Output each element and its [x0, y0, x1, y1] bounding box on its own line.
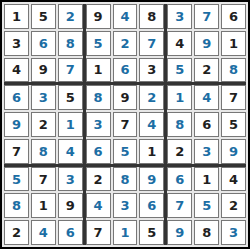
sudoku-box-7: 573819246 — [4, 167, 83, 245]
sudoku-box-5: 892374651 — [86, 85, 165, 163]
solved-digit: 1 — [120, 226, 129, 239]
given-digit: 6 — [229, 10, 238, 23]
given-digit: 2 — [202, 63, 211, 76]
sudoku-box-1: 152368497 — [4, 4, 83, 82]
cell-r2c3[interactable]: 8 — [58, 31, 83, 56]
cell-r5c1[interactable]: 9 — [4, 112, 29, 137]
cell-r1c1[interactable]: 1 — [4, 4, 29, 29]
cell-r9c1[interactable]: 2 — [4, 220, 29, 245]
solved-digit: 5 — [202, 199, 211, 212]
cell-r6c7[interactable]: 2 — [167, 139, 192, 164]
solved-digit: 8 — [12, 199, 21, 212]
solved-digit: 4 — [39, 226, 48, 239]
cell-r7c4[interactable]: 2 — [86, 167, 111, 192]
cell-r4c6[interactable]: 2 — [139, 85, 164, 110]
cell-r5c5[interactable]: 7 — [113, 112, 138, 137]
solved-digit: 7 — [147, 37, 156, 50]
cell-r3c1[interactable]: 4 — [4, 58, 29, 83]
sudoku-box-4: 635921784 — [4, 85, 83, 163]
given-digit: 2 — [12, 226, 21, 239]
cell-r7c8[interactable]: 1 — [194, 167, 219, 192]
solved-digit: 9 — [12, 118, 21, 131]
given-digit: 5 — [39, 10, 48, 23]
solved-digit: 5 — [120, 145, 129, 158]
given-digit: 9 — [120, 91, 129, 104]
cell-r1c7[interactable]: 3 — [167, 4, 192, 29]
cell-r8c2[interactable]: 1 — [31, 193, 56, 218]
sudoku-box-grid: 1523684979485271633764915286359217848923… — [4, 4, 246, 245]
cell-r5c2[interactable]: 2 — [31, 112, 56, 137]
sudoku-box-9: 614752983 — [167, 167, 246, 245]
given-digit: 7 — [120, 118, 129, 131]
cell-r1c6[interactable]: 8 — [139, 4, 164, 29]
given-digit: 7 — [12, 145, 21, 158]
cell-r8c1[interactable]: 8 — [4, 193, 29, 218]
cell-r3c8[interactable]: 2 — [194, 58, 219, 83]
cell-r4c1[interactable]: 6 — [4, 85, 29, 110]
given-digit: 9 — [94, 10, 103, 23]
cell-r2c5[interactable]: 2 — [113, 31, 138, 56]
given-digit: 1 — [94, 63, 103, 76]
solved-digit: 9 — [202, 37, 211, 50]
cell-r3c9[interactable]: 8 — [221, 58, 246, 83]
solved-digit: 2 — [120, 37, 129, 50]
solved-digit: 5 — [94, 37, 103, 50]
solved-digit: 3 — [94, 118, 103, 131]
solved-digit: 8 — [175, 118, 184, 131]
solved-digit: 7 — [66, 63, 75, 76]
cell-r4c8[interactable]: 4 — [194, 85, 219, 110]
solved-digit: 8 — [229, 63, 238, 76]
cell-r8c3[interactable]: 9 — [58, 193, 83, 218]
solved-digit: 4 — [66, 145, 75, 158]
cell-r2c2[interactable]: 6 — [31, 31, 56, 56]
given-digit: 2 — [229, 199, 238, 212]
cell-r3c6[interactable]: 3 — [139, 58, 164, 83]
cell-r6c5[interactable]: 5 — [113, 139, 138, 164]
cell-r7c5[interactable]: 8 — [113, 167, 138, 192]
cell-r8c6[interactable]: 6 — [139, 193, 164, 218]
solved-digit: 3 — [175, 10, 184, 23]
solved-digit: 9 — [229, 145, 238, 158]
given-digit: 2 — [175, 145, 184, 158]
cell-r4c5[interactable]: 9 — [113, 85, 138, 110]
solved-digit: 5 — [175, 63, 184, 76]
cell-r9c8[interactable]: 8 — [194, 220, 219, 245]
cell-r2c4[interactable]: 5 — [86, 31, 111, 56]
solved-digit: 4 — [120, 10, 129, 23]
cell-r2c7[interactable]: 4 — [167, 31, 192, 56]
solved-digit: 2 — [66, 10, 75, 23]
given-digit: 5 — [229, 118, 238, 131]
given-digit: 4 — [229, 173, 238, 186]
given-digit: 2 — [94, 173, 103, 186]
solved-digit: 3 — [66, 173, 75, 186]
solved-digit: 8 — [120, 173, 129, 186]
cell-r8c9[interactable]: 2 — [221, 193, 246, 218]
given-digit: 8 — [202, 226, 211, 239]
cell-r1c5[interactable]: 4 — [113, 4, 138, 29]
given-digit: 6 — [202, 118, 211, 131]
cell-r3c7[interactable]: 5 — [167, 58, 192, 83]
solved-digit: 3 — [229, 226, 238, 239]
cell-r9c2[interactable]: 4 — [31, 220, 56, 245]
cell-r3c3[interactable]: 7 — [58, 58, 83, 83]
given-digit: 1 — [229, 37, 238, 50]
cell-r4c9[interactable]: 7 — [221, 85, 246, 110]
solved-digit: 7 — [175, 199, 184, 212]
cell-r9c4[interactable]: 7 — [86, 220, 111, 245]
cell-r3c2[interactable]: 9 — [31, 58, 56, 83]
sudoku-box-3: 376491528 — [167, 4, 246, 82]
cell-r1c2[interactable]: 5 — [31, 4, 56, 29]
sudoku-board: 1523684979485271633764915286359217848923… — [0, 0, 250, 249]
cell-r1c3[interactable]: 2 — [58, 4, 83, 29]
given-digit: 1 — [12, 10, 21, 23]
cell-r1c9[interactable]: 6 — [221, 4, 246, 29]
cell-r9c3[interactable]: 6 — [58, 220, 83, 245]
cell-r2c1[interactable]: 3 — [4, 31, 29, 56]
cell-r9c6[interactable]: 5 — [139, 220, 164, 245]
solved-digit: 8 — [39, 145, 48, 158]
cell-r5c7[interactable]: 8 — [167, 112, 192, 137]
solved-digit: 4 — [202, 91, 211, 104]
cell-r6c3[interactable]: 4 — [58, 139, 83, 164]
cell-r8c5[interactable]: 3 — [113, 193, 138, 218]
sudoku-box-2: 948527163 — [86, 4, 165, 82]
cell-r5c8[interactable]: 6 — [194, 112, 219, 137]
given-digit: 7 — [229, 91, 238, 104]
cell-r8c4[interactable]: 4 — [86, 193, 111, 218]
cell-r3c4[interactable]: 1 — [86, 58, 111, 83]
cell-r6c8[interactable]: 3 — [194, 139, 219, 164]
given-digit: 7 — [94, 226, 103, 239]
solved-digit: 6 — [147, 199, 156, 212]
solved-digit: 6 — [175, 173, 184, 186]
cell-r5c3[interactable]: 1 — [58, 112, 83, 137]
given-digit: 2 — [39, 118, 48, 131]
cell-r4c2[interactable]: 3 — [31, 85, 56, 110]
sudoku-box-8: 289436715 — [86, 167, 165, 245]
solved-digit: 3 — [39, 91, 48, 104]
given-digit: 5 — [147, 226, 156, 239]
cell-r7c1[interactable]: 5 — [4, 167, 29, 192]
solved-digit: 6 — [39, 37, 48, 50]
cell-r8c8[interactable]: 5 — [194, 193, 219, 218]
cell-r7c6[interactable]: 9 — [139, 167, 164, 192]
cell-r5c9[interactable]: 5 — [221, 112, 246, 137]
given-digit: 1 — [147, 145, 156, 158]
solved-digit: 7 — [202, 10, 211, 23]
sudoku-box-6: 147865239 — [167, 85, 246, 163]
cell-r6c9[interactable]: 9 — [221, 139, 246, 164]
given-digit: 8 — [147, 10, 156, 23]
cell-r1c8[interactable]: 7 — [194, 4, 219, 29]
given-digit: 5 — [66, 91, 75, 104]
given-digit: 4 — [12, 63, 21, 76]
given-digit: 3 — [12, 37, 21, 50]
cell-r2c8[interactable]: 9 — [194, 31, 219, 56]
solved-digit: 5 — [12, 173, 21, 186]
solved-digit: 6 — [94, 145, 103, 158]
solved-digit: 6 — [66, 226, 75, 239]
given-digit: 9 — [39, 63, 48, 76]
solved-digit: 6 — [120, 63, 129, 76]
solved-digit: 1 — [66, 118, 75, 131]
cell-r7c9[interactable]: 4 — [221, 167, 246, 192]
solved-digit: 3 — [120, 199, 129, 212]
solved-digit: 3 — [202, 145, 211, 158]
solved-digit: 4 — [147, 118, 156, 131]
cell-r4c7[interactable]: 1 — [167, 85, 192, 110]
cell-r5c4[interactable]: 3 — [86, 112, 111, 137]
given-digit: 7 — [39, 173, 48, 186]
cell-r7c7[interactable]: 6 — [167, 167, 192, 192]
cell-r7c2[interactable]: 7 — [31, 167, 56, 192]
cell-r6c2[interactable]: 8 — [31, 139, 56, 164]
solved-digit: 8 — [94, 91, 103, 104]
solved-digit: 2 — [147, 91, 156, 104]
cell-r4c3[interactable]: 5 — [58, 85, 83, 110]
cell-r4c4[interactable]: 8 — [86, 85, 111, 110]
cell-r9c5[interactable]: 1 — [113, 220, 138, 245]
solved-digit: 4 — [94, 199, 103, 212]
solved-digit: 8 — [66, 37, 75, 50]
cell-r6c6[interactable]: 1 — [139, 139, 164, 164]
solved-digit: 1 — [175, 91, 184, 104]
cell-r6c1[interactable]: 7 — [4, 139, 29, 164]
solved-digit: 6 — [12, 91, 21, 104]
cell-r7c3[interactable]: 3 — [58, 167, 83, 192]
cell-r2c6[interactable]: 7 — [139, 31, 164, 56]
cell-r1c4[interactable]: 9 — [86, 4, 111, 29]
cell-r9c9[interactable]: 3 — [221, 220, 246, 245]
solved-digit: 9 — [175, 226, 184, 239]
cell-r9c7[interactable]: 9 — [167, 220, 192, 245]
given-digit: 9 — [66, 199, 75, 212]
given-digit: 1 — [39, 199, 48, 212]
cell-r2c9[interactable]: 1 — [221, 31, 246, 56]
given-digit: 1 — [202, 173, 211, 186]
cell-r3c5[interactable]: 6 — [113, 58, 138, 83]
solved-digit: 9 — [147, 173, 156, 186]
cell-r5c6[interactable]: 4 — [139, 112, 164, 137]
cell-r6c4[interactable]: 6 — [86, 139, 111, 164]
cell-r8c7[interactable]: 7 — [167, 193, 192, 218]
given-digit: 3 — [147, 63, 156, 76]
given-digit: 4 — [175, 37, 184, 50]
